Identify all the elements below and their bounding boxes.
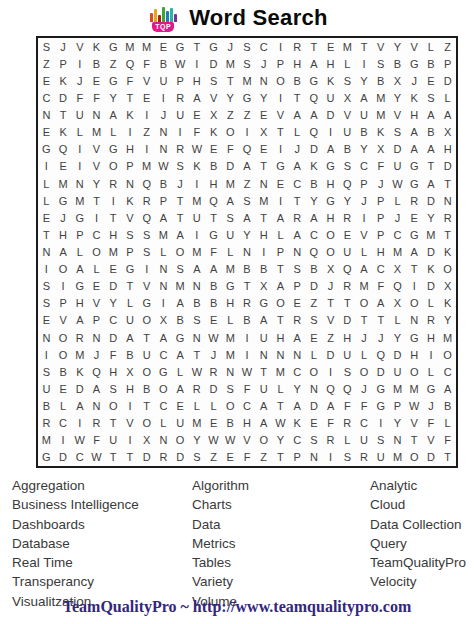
grid-cell-r6c8: N <box>155 124 172 141</box>
grid-cell-r7c13: Q <box>239 141 256 158</box>
grid-cell-r7c17: D <box>306 141 323 158</box>
grid-cell-r15c19: R <box>339 278 356 295</box>
grid-cell-r15c18: J <box>322 278 339 295</box>
grid-cell-r3c19: S <box>339 72 356 89</box>
grid-cell-r6c23: A <box>406 124 423 141</box>
grid-cell-r14c25: O <box>439 261 456 278</box>
grid-cell-r9c6: N <box>122 175 139 192</box>
grid-cell-r22c11: L <box>205 398 222 415</box>
grid-cell-r18c14: U <box>255 329 272 346</box>
grid-cell-r18c8: A <box>155 329 172 346</box>
grid-cell-r11c19: R <box>339 209 356 226</box>
grid-cell-r7c2: Q <box>55 141 72 158</box>
grid-cell-r21c15: L <box>272 380 289 397</box>
grid-cell-r18c12: M <box>222 329 239 346</box>
grid-cell-r23c15: W <box>272 415 289 432</box>
grid-cell-r9c21: J <box>372 175 389 192</box>
grid-cell-r7c25: H <box>439 141 456 158</box>
logo-bar-icon <box>170 8 173 22</box>
grid-cell-r20c19: S <box>339 363 356 380</box>
word-list-column-2: AlgorithmChartsDataMetricsTablesVarietyV… <box>192 476 249 611</box>
grid-cell-r21c13: F <box>239 380 256 397</box>
grid-cell-r8c15: G <box>272 158 289 175</box>
grid-cell-r24c3: W <box>71 432 88 449</box>
grid-cell-r8c21: F <box>372 158 389 175</box>
grid-cell-r24c8: N <box>155 432 172 449</box>
grid-cell-r13c24: D <box>423 243 440 260</box>
grid-cell-r9c20: P <box>356 175 373 192</box>
grid-cell-r15c17: D <box>306 278 323 295</box>
grid-cell-r23c21: I <box>372 415 389 432</box>
grid-cell-r5c1: N <box>38 106 55 123</box>
grid-cell-r12c18: O <box>322 226 339 243</box>
grid-cell-r9c4: Y <box>88 175 105 192</box>
grid-cell-r12c6: S <box>122 226 139 243</box>
grid-cell-r10c1: L <box>38 192 55 209</box>
grid-cell-r4c9: R <box>172 89 189 106</box>
grid-cell-r9c1: L <box>38 175 55 192</box>
grid-cell-r8c9: S <box>172 158 189 175</box>
grid-cell-r6c24: B <box>423 124 440 141</box>
grid-cell-r5c16: A <box>289 106 306 123</box>
grid-cell-r14c24: K <box>423 261 440 278</box>
grid-cell-r14c22: X <box>389 261 406 278</box>
grid-cell-r23c3: I <box>71 415 88 432</box>
grid-cell-r22c12: O <box>222 398 239 415</box>
grid-cell-r5c20: U <box>356 106 373 123</box>
grid-cell-r18c3: R <box>71 329 88 346</box>
grid-cell-r1c23: V <box>406 38 423 55</box>
grid-cell-r12c3: P <box>71 226 88 243</box>
word-item: Aggregation <box>12 476 139 495</box>
grid-cell-r18c19: H <box>339 329 356 346</box>
grid-cell-r8c16: A <box>289 158 306 175</box>
grid-cell-r14c11: A <box>205 261 222 278</box>
grid-cell-r21c4: A <box>88 380 105 397</box>
grid-cell-r8c14: T <box>255 158 272 175</box>
grid-cell-r12c15: L <box>272 226 289 243</box>
grid-cell-r5c8: J <box>155 106 172 123</box>
grid-cell-r17c4: P <box>88 312 105 329</box>
grid-cell-r6c11: K <box>205 124 222 141</box>
grid-cell-r23c12: B <box>222 415 239 432</box>
grid-cell-r5c4: N <box>88 106 105 123</box>
grid-cell-r11c13: A <box>239 209 256 226</box>
grid-cell-r16c23: O <box>406 295 423 312</box>
grid-cell-r19c24: I <box>423 346 440 363</box>
grid-cell-r12c7: S <box>138 226 155 243</box>
grid-cell-r17c5: C <box>105 312 122 329</box>
grid-cell-r3c22: X <box>389 72 406 89</box>
grid-cell-r19c19: U <box>339 346 356 363</box>
grid-cell-r12c23: G <box>406 226 423 243</box>
grid-cell-r23c25: L <box>439 415 456 432</box>
grid-cell-r9c11: H <box>205 175 222 192</box>
grid-cell-r1c6: M <box>122 38 139 55</box>
grid-cell-r11c15: A <box>272 209 289 226</box>
grid-cell-r20c2: B <box>55 363 72 380</box>
grid-cell-r21c22: M <box>389 380 406 397</box>
grid-cell-r20c5: H <box>105 363 122 380</box>
grid-cell-r6c25: X <box>439 124 456 141</box>
grid-cell-r13c16: N <box>289 243 306 260</box>
grid-cell-r7c4: V <box>88 141 105 158</box>
grid-cell-r16c20: O <box>356 295 373 312</box>
grid-cell-r2c16: H <box>289 55 306 72</box>
grid-cell-r15c25: X <box>439 278 456 295</box>
grid-cell-r4c18: U <box>322 89 339 106</box>
grid-cell-r22c20: F <box>356 398 373 415</box>
grid-cell-r6c9: I <box>172 124 189 141</box>
grid-cell-r5c9: U <box>172 106 189 123</box>
grid-cell-r9c19: Q <box>339 175 356 192</box>
grid-cell-r3c2: K <box>55 72 72 89</box>
grid-cell-r17c3: A <box>71 312 88 329</box>
grid-cell-r16c15: O <box>272 295 289 312</box>
grid-cell-r14c18: X <box>322 261 339 278</box>
grid-cell-r1c20: T <box>356 38 373 55</box>
grid-cell-r21c23: M <box>406 380 423 397</box>
grid-cell-r3c14: N <box>255 72 272 89</box>
grid-cell-r4c19: X <box>339 89 356 106</box>
word-item: Analytic <box>370 476 466 495</box>
grid-cell-r25c9: D <box>172 449 189 466</box>
grid-cell-r15c15: A <box>272 278 289 295</box>
grid-cell-r3c1: E <box>38 72 55 89</box>
grid-cell-r2c20: I <box>356 55 373 72</box>
grid-cell-r21c21: G <box>372 380 389 397</box>
grid-cell-r18c9: G <box>172 329 189 346</box>
grid-cell-r3c10: H <box>188 72 205 89</box>
grid-cell-r25c17: N <box>306 449 323 466</box>
grid-cell-r11c7: Q <box>138 209 155 226</box>
grid-cell-r4c23: K <box>406 89 423 106</box>
grid-cell-r18c24: H <box>423 329 440 346</box>
grid-cell-r8c7: M <box>138 158 155 175</box>
grid-cell-r13c6: P <box>122 243 139 260</box>
grid-cell-r23c20: C <box>356 415 373 432</box>
grid-cell-r3c3: J <box>71 72 88 89</box>
grid-cell-r1c3: V <box>71 38 88 55</box>
grid-cell-r25c14: Z <box>255 449 272 466</box>
grid-cell-r13c4: O <box>88 243 105 260</box>
grid-cell-r1c19: M <box>339 38 356 55</box>
grid-cell-r3c12: T <box>222 72 239 89</box>
grid-cell-r10c3: M <box>71 192 88 209</box>
grid-cell-r14c23: T <box>406 261 423 278</box>
grid-cell-r9c16: C <box>289 175 306 192</box>
grid-cell-r24c24: V <box>423 432 440 449</box>
grid-cell-r23c14: A <box>255 415 272 432</box>
grid-cell-r18c11: W <box>205 329 222 346</box>
grid-cell-r2c23: G <box>406 55 423 72</box>
grid-cell-r1c8: E <box>155 38 172 55</box>
word-item: Algorithm <box>192 476 249 495</box>
grid-cell-r18c22: Y <box>389 329 406 346</box>
grid-cell-r16c21: A <box>372 295 389 312</box>
grid-cell-r16c7: G <box>138 295 155 312</box>
word-item: TeamQualityPro <box>370 553 466 572</box>
grid-cell-r12c14: H <box>255 226 272 243</box>
grid-cell-r2c13: S <box>239 55 256 72</box>
grid-cell-r13c17: Q <box>306 243 323 260</box>
grid-cell-r15c14: X <box>255 278 272 295</box>
grid-cell-r6c19: U <box>339 124 356 141</box>
grid-cell-r8c22: U <box>389 158 406 175</box>
grid-cell-r21c16: Y <box>289 380 306 397</box>
grid-cell-r21c12: S <box>222 380 239 397</box>
grid-cell-r9c24: A <box>423 175 440 192</box>
grid-cell-r19c15: N <box>272 346 289 363</box>
grid-cell-r23c10: M <box>188 415 205 432</box>
logo-bar-icon <box>162 7 165 22</box>
grid-cell-r6c18: I <box>322 124 339 141</box>
grid-cell-r3c15: O <box>272 72 289 89</box>
grid-cell-r15c20: M <box>356 278 373 295</box>
grid-cell-r4c13: G <box>239 89 256 106</box>
grid-cell-r4c7: E <box>138 89 155 106</box>
grid-cell-r10c2: G <box>55 192 72 209</box>
grid-cell-r22c16: A <box>289 398 306 415</box>
grid-cell-r1c14: C <box>255 38 272 55</box>
grid-cell-r8c8: W <box>155 158 172 175</box>
grid-cell-r9c22: W <box>389 175 406 192</box>
grid-cell-r14c1: I <box>38 261 55 278</box>
grid-cell-r21c24: G <box>423 380 440 397</box>
grid-cell-r12c22: C <box>389 226 406 243</box>
grid-cell-r6c15: T <box>272 124 289 141</box>
grid-cell-r22c13: C <box>239 398 256 415</box>
grid-cell-r23c16: K <box>289 415 306 432</box>
grid-cell-r15c1: S <box>38 278 55 295</box>
grid-cell-r7c3: I <box>71 141 88 158</box>
grid-cell-r21c1: U <box>38 380 55 397</box>
grid-cell-r7c18: A <box>322 141 339 158</box>
word-item: Variety <box>192 572 249 591</box>
grid-cell-r20c24: L <box>423 363 440 380</box>
grid-cell-r12c17: C <box>306 226 323 243</box>
grid-cell-r20c15: M <box>272 363 289 380</box>
grid-cell-r16c8: I <box>155 295 172 312</box>
grid-cell-r24c4: F <box>88 432 105 449</box>
grid-cell-r10c13: S <box>239 192 256 209</box>
grid-cell-r17c11: E <box>205 312 222 329</box>
grid-cell-r3c20: Y <box>356 72 373 89</box>
grid-cell-r13c1: N <box>38 243 55 260</box>
grid-cell-r20c22: U <box>389 363 406 380</box>
grid-cell-r22c18: A <box>322 398 339 415</box>
grid-cell-r23c5: T <box>105 415 122 432</box>
grid-cell-r15c6: T <box>122 278 139 295</box>
grid-cell-r25c25: T <box>439 449 456 466</box>
grid-cell-r10c8: P <box>155 192 172 209</box>
grid-cell-r25c22: M <box>389 449 406 466</box>
grid-cell-r20c7: O <box>138 363 155 380</box>
grid-cell-r6c12: O <box>222 124 239 141</box>
grid-cell-r11c3: G <box>71 209 88 226</box>
grid-cell-r19c2: O <box>55 346 72 363</box>
grid-cell-r16c25: K <box>439 295 456 312</box>
grid-cell-r7c1: G <box>38 141 55 158</box>
grid-cell-r5c3: U <box>71 106 88 123</box>
grid-cell-r12c9: A <box>172 226 189 243</box>
grid-cell-r3c25: D <box>439 72 456 89</box>
grid-cell-r9c15: E <box>272 175 289 192</box>
grid-cell-r18c18: Z <box>322 329 339 346</box>
grid-cell-r8c25: D <box>439 158 456 175</box>
grid-cell-r21c10: R <box>188 380 205 397</box>
grid-cell-r16c12: H <box>222 295 239 312</box>
grid-cell-r24c18: R <box>322 432 339 449</box>
grid-cell-r10c10: M <box>188 192 205 209</box>
grid-cell-r19c5: F <box>105 346 122 363</box>
grid-cell-r20c25: C <box>439 363 456 380</box>
grid-cell-r10c7: R <box>138 192 155 209</box>
logo-tqp-label: TQP <box>152 22 174 32</box>
grid-cell-r1c2: J <box>55 38 72 55</box>
grid-cell-r21c11: D <box>205 380 222 397</box>
grid-cell-r4c24: S <box>423 89 440 106</box>
grid-cell-r19c25: O <box>439 346 456 363</box>
grid-cell-r16c19: T <box>339 295 356 312</box>
grid-cell-r10c6: K <box>122 192 139 209</box>
grid-cell-r7c19: B <box>339 141 356 158</box>
grid-cell-r20c23: O <box>406 363 423 380</box>
grid-cell-r6c16: L <box>289 124 306 141</box>
grid-cell-r24c1: M <box>38 432 55 449</box>
grid-cell-r16c5: Y <box>105 295 122 312</box>
grid-cell-r14c7: I <box>138 261 155 278</box>
grid-cell-r4c11: V <box>205 89 222 106</box>
grid-cell-r1c17: T <box>306 38 323 55</box>
footer-credit-link[interactable]: TeamQualityPro ~ http://www.teamqualityp… <box>0 598 474 616</box>
grid-cell-r7c16: J <box>289 141 306 158</box>
grid-cell-r17c22: L <box>389 312 406 329</box>
word-list-column-3: AnalyticCloudData CollectionQueryTeamQua… <box>370 476 466 592</box>
grid-cell-r7c23: A <box>406 141 423 158</box>
grid-cell-r7c10: W <box>188 141 205 158</box>
grid-cell-r20c3: K <box>71 363 88 380</box>
grid-cell-r14c19: Q <box>339 261 356 278</box>
grid-cell-r7c7: I <box>138 141 155 158</box>
grid-cell-r5c24: A <box>423 106 440 123</box>
grid-cell-r17c15: T <box>272 312 289 329</box>
grid-cell-r8c5: O <box>105 158 122 175</box>
grid-cell-r22c4: N <box>88 398 105 415</box>
grid-cell-r23c22: Y <box>389 415 406 432</box>
grid-cell-r14c20: A <box>356 261 373 278</box>
grid-cell-r5c19: V <box>339 106 356 123</box>
grid-cell-r6c6: I <box>122 124 139 141</box>
word-list: AggregationBusiness IntelligenceDashboar… <box>0 476 474 598</box>
grid-cell-r10c11: Q <box>205 192 222 209</box>
grid-cell-r24c25: F <box>439 432 456 449</box>
grid-cell-r18c21: J <box>372 329 389 346</box>
grid-cell-r7c14: E <box>255 141 272 158</box>
grid-cell-r8c10: K <box>188 158 205 175</box>
grid-cell-r1c5: G <box>105 38 122 55</box>
grid-cell-r22c10: L <box>188 398 205 415</box>
grid-cell-r23c2: C <box>55 415 72 432</box>
grid-cell-r12c5: H <box>105 226 122 243</box>
word-item: Tables <box>192 553 249 572</box>
grid-cell-r20c14: T <box>255 363 272 380</box>
grid-cell-r21c3: D <box>71 380 88 397</box>
grid-cell-r4c4: F <box>88 89 105 106</box>
grid-cell-r18c10: N <box>188 329 205 346</box>
grid-cell-r5c21: M <box>372 106 389 123</box>
grid-cell-r25c19: S <box>339 449 356 466</box>
grid-cell-r4c6: T <box>122 89 139 106</box>
grid-cell-r9c13: Z <box>239 175 256 192</box>
grid-cell-r12c8: M <box>155 226 172 243</box>
grid-cell-r9c8: B <box>155 175 172 192</box>
grid-cell-r19c14: N <box>255 346 272 363</box>
grid-cell-r1c4: K <box>88 38 105 55</box>
grid-cell-r19c17: L <box>306 346 323 363</box>
grid-cell-r15c4: E <box>88 278 105 295</box>
grid-cell-r24c2: I <box>55 432 72 449</box>
grid-cell-r21c19: Q <box>339 380 356 397</box>
grid-cell-r6c17: Q <box>306 124 323 141</box>
grid-cell-r18c25: M <box>439 329 456 346</box>
grid-cell-r25c11: Z <box>205 449 222 466</box>
grid-cell-r4c17: Q <box>306 89 323 106</box>
grid-cell-r14c2: O <box>55 261 72 278</box>
grid-cell-r14c12: M <box>222 261 239 278</box>
grid-cell-r24c23: T <box>406 432 423 449</box>
grid-cell-r10c9: T <box>172 192 189 209</box>
grid-cell-r12c21: P <box>372 226 389 243</box>
grid-cell-r15c13: T <box>239 278 256 295</box>
grid-cell-r11c6: V <box>122 209 139 226</box>
grid-cell-r11c14: T <box>255 209 272 226</box>
grid-cell-r18c7: T <box>138 329 155 346</box>
word-list-column-1: AggregationBusiness IntelligenceDashboar… <box>12 476 139 611</box>
word-item: Transperancy <box>12 572 139 591</box>
grid-cell-r22c19: F <box>339 398 356 415</box>
grid-cell-r9c5: R <box>105 175 122 192</box>
grid-cell-r22c17: D <box>306 398 323 415</box>
grid-cell-r17c19: D <box>339 312 356 329</box>
grid-cell-r11c4: I <box>88 209 105 226</box>
grid-cell-r11c25: R <box>439 209 456 226</box>
grid-cell-r11c17: A <box>306 209 323 226</box>
grid-cell-r10c17: Y <box>306 192 323 209</box>
grid-cell-r21c8: O <box>155 380 172 397</box>
grid-cell-r25c2: D <box>55 449 72 466</box>
grid-cell-r3c18: K <box>322 72 339 89</box>
logo-bar-icon <box>150 13 153 22</box>
grid-cell-r2c15: P <box>272 55 289 72</box>
grid-cell-r21c14: U <box>255 380 272 397</box>
grid-cell-r19c12: M <box>222 346 239 363</box>
grid-cell-r4c14: Y <box>255 89 272 106</box>
grid-cell-r11c18: H <box>322 209 339 226</box>
grid-cell-r2c3: I <box>71 55 88 72</box>
grid-cell-r20c13: W <box>239 363 256 380</box>
grid-cell-r8c19: S <box>339 158 356 175</box>
grid-cell-r3c8: U <box>155 72 172 89</box>
grid-cell-r9c7: Q <box>138 175 155 192</box>
grid-cell-r9c2: M <box>55 175 72 192</box>
grid-cell-r17c25: Y <box>439 312 456 329</box>
grid-cell-r20c1: S <box>38 363 55 380</box>
grid-cell-r8c11: B <box>205 158 222 175</box>
grid-cell-r10c18: G <box>322 192 339 209</box>
grid-cell-r3c17: G <box>306 72 323 89</box>
grid-cell-r6c1: E <box>38 124 55 141</box>
